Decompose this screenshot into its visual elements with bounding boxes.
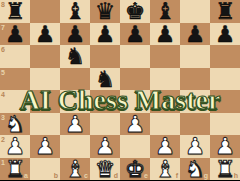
square-e1[interactable]: e♚ <box>120 158 150 181</box>
square-e3[interactable]: ♟ <box>120 113 150 136</box>
square-c8[interactable]: ♝ <box>60 0 90 23</box>
square-d5[interactable]: ♞ <box>90 68 120 91</box>
square-h7[interactable]: ♟ <box>210 23 240 46</box>
square-h8[interactable]: ♜ <box>210 0 240 23</box>
piece-black-king[interactable]: ♚ <box>120 0 150 23</box>
square-a6[interactable]: 6 <box>0 45 30 68</box>
piece-black-pawn[interactable]: ♟ <box>210 23 240 46</box>
square-g6[interactable] <box>180 45 210 68</box>
square-d7[interactable]: ♟ <box>90 23 120 46</box>
piece-black-pawn[interactable]: ♟ <box>120 23 150 46</box>
piece-black-pawn[interactable]: ♟ <box>150 23 180 46</box>
piece-white-bishop[interactable]: ♝ <box>150 158 180 181</box>
piece-white-pawn[interactable]: ♟ <box>120 113 150 136</box>
square-c2[interactable] <box>60 135 90 158</box>
square-a4[interactable]: 4 <box>0 90 30 113</box>
square-h5[interactable] <box>210 68 240 91</box>
square-f3[interactable] <box>150 113 180 136</box>
square-f2[interactable]: ♟ <box>150 135 180 158</box>
square-h3[interactable] <box>210 113 240 136</box>
square-b1[interactable]: b <box>30 158 60 181</box>
square-d3[interactable] <box>90 113 120 136</box>
square-a3[interactable]: 3♞ <box>0 113 30 136</box>
square-b2[interactable]: ♟ <box>30 135 60 158</box>
square-c6[interactable]: ♞ <box>60 45 90 68</box>
piece-black-knight[interactable]: ♞ <box>60 45 90 68</box>
piece-white-rook[interactable]: ♜ <box>0 158 30 181</box>
square-h2[interactable]: ♟ <box>210 135 240 158</box>
piece-black-pawn[interactable]: ♟ <box>90 23 120 46</box>
file-label-b: b <box>54 172 58 179</box>
square-e2[interactable] <box>120 135 150 158</box>
square-f7[interactable]: ♟ <box>150 23 180 46</box>
piece-black-bishop[interactable]: ♝ <box>60 0 90 23</box>
rank-label-5: 5 <box>1 69 5 76</box>
square-b6[interactable] <box>30 45 60 68</box>
piece-black-rook[interactable]: ♜ <box>0 0 30 23</box>
square-g4[interactable] <box>180 90 210 113</box>
piece-black-bishop[interactable]: ♝ <box>150 0 180 23</box>
square-b3[interactable] <box>30 113 60 136</box>
square-b7[interactable]: ♟ <box>30 23 60 46</box>
piece-white-king[interactable]: ♚ <box>120 158 150 181</box>
piece-black-knight[interactable]: ♞ <box>90 68 120 91</box>
piece-black-pawn[interactable]: ♟ <box>30 23 60 46</box>
square-e8[interactable]: ♚ <box>120 0 150 23</box>
square-g7[interactable]: ♟ <box>180 23 210 46</box>
piece-black-pawn[interactable]: ♟ <box>180 23 210 46</box>
rank-label-4: 4 <box>1 91 5 98</box>
piece-white-knight[interactable]: ♞ <box>180 158 210 181</box>
square-f6[interactable] <box>150 45 180 68</box>
piece-white-pawn[interactable]: ♟ <box>150 135 180 158</box>
square-e4[interactable] <box>120 90 150 113</box>
square-f8[interactable]: ♝ <box>150 0 180 23</box>
square-g2[interactable]: ♟ <box>180 135 210 158</box>
piece-white-bishop[interactable]: ♝ <box>60 158 90 181</box>
piece-white-knight[interactable]: ♞ <box>0 113 30 136</box>
square-g8[interactable] <box>180 0 210 23</box>
square-c5[interactable] <box>60 68 90 91</box>
square-e6[interactable] <box>120 45 150 68</box>
square-b8[interactable] <box>30 0 60 23</box>
square-a8[interactable]: 8♜ <box>0 0 30 23</box>
game-screen: 8♜♝♛♚♝♜7♟♟♟♟♟♟♟♟6♞5♞43♞♟♟2♟♟♟♟♟♟1a♜bc♝d♛… <box>0 0 240 180</box>
square-h4[interactable] <box>210 90 240 113</box>
square-d8[interactable]: ♛ <box>90 0 120 23</box>
piece-white-pawn[interactable]: ♟ <box>180 135 210 158</box>
square-c4[interactable] <box>60 90 90 113</box>
square-g3[interactable] <box>180 113 210 136</box>
square-d6[interactable] <box>90 45 120 68</box>
piece-white-queen[interactable]: ♛ <box>90 158 120 181</box>
square-g1[interactable]: g♞ <box>180 158 210 181</box>
square-a5[interactable]: 5 <box>0 68 30 91</box>
piece-white-pawn[interactable]: ♟ <box>210 135 240 158</box>
square-a7[interactable]: 7♟ <box>0 23 30 46</box>
square-a1[interactable]: 1a♜ <box>0 158 30 181</box>
square-g5[interactable] <box>180 68 210 91</box>
piece-black-rook[interactable]: ♜ <box>210 0 240 23</box>
piece-white-pawn[interactable]: ♟ <box>60 113 90 136</box>
square-d2[interactable]: ♟ <box>90 135 120 158</box>
square-d1[interactable]: d♛ <box>90 158 120 181</box>
square-f4[interactable] <box>150 90 180 113</box>
piece-black-queen[interactable]: ♛ <box>90 0 120 23</box>
square-c1[interactable]: c♝ <box>60 158 90 181</box>
piece-white-rook[interactable]: ♜ <box>210 158 240 181</box>
piece-white-pawn[interactable]: ♟ <box>30 135 60 158</box>
square-b4[interactable] <box>30 90 60 113</box>
piece-black-pawn[interactable]: ♟ <box>0 23 30 46</box>
square-a2[interactable]: 2♟ <box>0 135 30 158</box>
piece-white-pawn[interactable]: ♟ <box>90 135 120 158</box>
square-f5[interactable] <box>150 68 180 91</box>
square-f1[interactable]: f♝ <box>150 158 180 181</box>
square-b5[interactable] <box>30 68 60 91</box>
square-h6[interactable] <box>210 45 240 68</box>
square-h1[interactable]: h♜ <box>210 158 240 181</box>
square-c7[interactable]: ♟ <box>60 23 90 46</box>
chess-board: 8♜♝♛♚♝♜7♟♟♟♟♟♟♟♟6♞5♞43♞♟♟2♟♟♟♟♟♟1a♜bc♝d♛… <box>0 0 240 180</box>
piece-black-pawn[interactable]: ♟ <box>60 23 90 46</box>
square-e7[interactable]: ♟ <box>120 23 150 46</box>
square-d4[interactable] <box>90 90 120 113</box>
square-c3[interactable]: ♟ <box>60 113 90 136</box>
piece-white-pawn[interactable]: ♟ <box>0 135 30 158</box>
square-e5[interactable] <box>120 68 150 91</box>
rank-label-6: 6 <box>1 46 5 53</box>
